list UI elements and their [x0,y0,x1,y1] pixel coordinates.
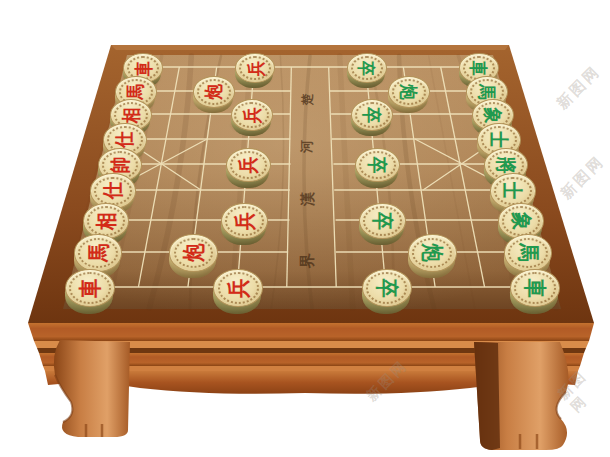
piece-character: 車 [517,268,553,307]
piece-character: 卒 [368,268,404,307]
piece-red-soldier[interactable]: 兵 [213,269,261,317]
piece-green-soldier[interactable]: 卒 [347,53,385,91]
piece-top: 卒 [351,99,393,132]
piece-top: 兵 [226,148,270,182]
piece-top: 炮 [193,76,234,108]
piece-character: 卒 [353,52,382,83]
piece-character: 卒 [361,148,393,183]
piece-red-cannon[interactable]: 炮 [193,76,232,115]
piece-red-cannon[interactable]: 炮 [169,234,215,280]
piece-top: 卒 [355,148,399,182]
piece-character: 馬 [80,234,115,272]
piece-top: 車 [510,269,560,307]
piece-character: 卒 [366,203,400,240]
piece-character: 炮 [394,76,424,108]
piece-green-cannon[interactable]: 炮 [408,234,454,280]
piece-character: 兵 [241,52,270,83]
piece-top: 卒 [362,269,412,307]
piece-red-soldier[interactable]: 兵 [226,148,268,190]
piece-character: 馬 [510,234,545,272]
piece-top: 車 [65,269,115,307]
piece-top: 兵 [231,99,273,132]
piece-green-cannon[interactable]: 炮 [388,76,427,115]
piece-top: 炮 [408,234,456,271]
svg-text:楚: 楚 [300,93,314,106]
piece-green-soldier[interactable]: 卒 [351,99,391,139]
piece-character: 兵 [227,203,261,240]
piece-character: 兵 [220,268,256,307]
piece-green-soldier[interactable]: 卒 [359,203,404,248]
piece-red-chariot[interactable]: 車 [65,269,113,317]
left-table-leg [54,340,130,437]
piece-top: 卒 [359,203,406,239]
piece-top: 炮 [388,76,429,108]
piece-top: 兵 [213,269,263,307]
piece-green-chariot[interactable]: 車 [510,269,558,317]
piece-top: 馬 [74,234,122,271]
piece-green-soldier[interactable]: 卒 [362,269,410,317]
piece-character: 車 [72,268,108,307]
piece-character: 炮 [415,234,450,272]
svg-text:漢: 漢 [299,192,315,207]
piece-character: 炮 [199,76,229,108]
piece-top: 炮 [169,234,217,271]
piece-top: 馬 [504,234,552,271]
svg-text:河: 河 [299,140,314,154]
piece-green-soldier[interactable]: 卒 [355,148,397,190]
piece-top: 兵 [235,53,275,84]
piece-character: 炮 [176,234,211,272]
piece-red-soldier[interactable]: 兵 [221,203,266,248]
piece-red-soldier[interactable]: 兵 [231,99,271,139]
piece-top: 卒 [347,53,387,84]
piece-top: 兵 [221,203,268,239]
svg-text:界: 界 [298,252,315,269]
piece-character: 兵 [233,148,265,183]
piece-character: 兵 [236,99,267,132]
photo-canvas: 楚河漢界 車 兵 [0,0,610,457]
piece-red-soldier[interactable]: 兵 [235,53,273,91]
piece-character: 卒 [357,99,388,132]
